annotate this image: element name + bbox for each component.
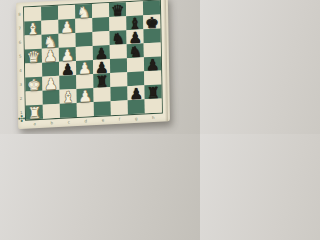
black-queen-f8-piece[interactable]: ♛ xyxy=(111,3,125,18)
square-g5[interactable]: ♞ xyxy=(127,43,144,58)
square-e1[interactable] xyxy=(94,101,111,116)
square-h4[interactable]: ♟ xyxy=(144,56,161,71)
file-label-d: d xyxy=(84,118,87,124)
square-d2[interactable]: ♟ xyxy=(76,88,93,103)
black-pawn-h4-piece[interactable]: ♟ xyxy=(146,58,160,73)
square-f6[interactable]: ♞ xyxy=(109,30,126,45)
file-label-h: h xyxy=(152,115,155,121)
board-grid: ♞♛♝♟♝♚♞♞♟♛♟♟♟♞♟♟♟♟♚♟♜♝♟♟♜♜ xyxy=(24,0,162,119)
black-rook-h2-piece[interactable]: ♜ xyxy=(146,86,160,101)
white-pawn-b5-piece[interactable]: ♟ xyxy=(44,49,58,64)
white-pawn-d2-piece[interactable]: ♟ xyxy=(78,89,92,104)
square-f8[interactable]: ♛ xyxy=(109,2,126,17)
square-f3[interactable] xyxy=(110,72,127,87)
white-bishop-a7-piece[interactable]: ♝ xyxy=(26,22,40,37)
file-label-g: g xyxy=(135,116,138,122)
file-label-f: f xyxy=(119,117,121,123)
square-h2[interactable]: ♜ xyxy=(144,84,161,99)
square-b8[interactable] xyxy=(41,6,58,21)
square-e8[interactable] xyxy=(92,3,109,18)
square-c7[interactable]: ♟ xyxy=(58,19,75,34)
square-d4[interactable]: ♟ xyxy=(76,60,93,75)
square-h7[interactable]: ♚ xyxy=(143,14,160,29)
file-label-e: e xyxy=(102,117,105,123)
black-knight-g5-piece[interactable]: ♞ xyxy=(128,44,142,59)
board-frame: ♞♛♝♟♝♚♞♞♟♛♟♟♟♞♟♟♟♟♚♟♜♝♟♟♜♜ abcdefgh 8765… xyxy=(16,0,170,129)
square-f2[interactable] xyxy=(110,86,127,101)
black-pawn-c4-piece[interactable]: ♟ xyxy=(61,62,75,77)
square-a1[interactable]: ♜ xyxy=(26,105,43,120)
rank-label-4: 4 xyxy=(19,69,22,73)
rank-label-2: 2 xyxy=(20,97,23,101)
square-b3[interactable]: ♟ xyxy=(42,76,59,91)
file-label-c: c xyxy=(68,119,70,125)
square-d6[interactable] xyxy=(75,32,92,47)
square-a7[interactable]: ♝ xyxy=(24,21,41,36)
chess-board: ♞♛♝♟♝♚♞♞♟♛♟♟♟♞♟♟♟♟♚♟♜♝♟♟♜♜ abcdefgh 8765… xyxy=(16,0,170,129)
white-pawn-c7-piece[interactable]: ♟ xyxy=(60,20,74,35)
black-knight-f6-piece[interactable]: ♞ xyxy=(111,31,125,46)
square-a5[interactable]: ♛ xyxy=(25,49,42,64)
white-king-a3-piece[interactable]: ♚ xyxy=(27,78,41,93)
rank-label-6: 6 xyxy=(19,41,22,45)
white-queen-a5-piece[interactable]: ♛ xyxy=(27,50,41,65)
white-pawn-d4-piece[interactable]: ♟ xyxy=(78,61,92,76)
white-pawn-b3-piece[interactable]: ♟ xyxy=(44,77,58,92)
black-rook-e3-piece[interactable]: ♜ xyxy=(95,74,109,89)
square-a3[interactable]: ♚ xyxy=(25,77,42,92)
white-bishop-c2-piece[interactable]: ♝ xyxy=(61,90,75,105)
rank-label-8: 8 xyxy=(18,13,21,17)
square-c4[interactable]: ♟ xyxy=(59,61,76,76)
rank-labels: 87654321 xyxy=(18,8,22,120)
square-e3[interactable]: ♜ xyxy=(93,73,110,88)
white-rook-a1-piece[interactable]: ♜ xyxy=(28,106,42,121)
square-b5[interactable]: ♟ xyxy=(42,48,59,63)
white-knight-d8-piece[interactable]: ♞ xyxy=(77,5,91,20)
square-f1[interactable] xyxy=(111,100,128,115)
square-g2[interactable]: ♟ xyxy=(127,85,144,100)
square-f4[interactable] xyxy=(110,58,127,73)
board-fold-shadow xyxy=(163,0,168,121)
black-pawn-g2-piece[interactable]: ♟ xyxy=(129,86,143,101)
square-b1[interactable] xyxy=(43,104,60,119)
square-d8[interactable]: ♞ xyxy=(75,4,92,19)
square-c2[interactable]: ♝ xyxy=(60,89,77,104)
square-e7[interactable] xyxy=(92,17,109,32)
board-logo-icon: ✣ xyxy=(18,115,26,124)
file-label-b: b xyxy=(50,120,53,126)
rank-label-7: 7 xyxy=(18,27,21,31)
rank-label-5: 5 xyxy=(19,55,22,59)
rank-label-3: 3 xyxy=(19,83,22,87)
black-king-h7-piece[interactable]: ♚ xyxy=(145,16,159,31)
